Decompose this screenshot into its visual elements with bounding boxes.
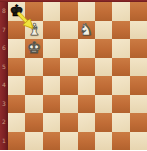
rank-label-2: 2 — [0, 113, 8, 132]
white-knight-piece: ♞ — [79, 20, 93, 38]
square-g3[interactable] — [112, 95, 129, 114]
square-b4[interactable] — [25, 76, 42, 95]
square-d2[interactable] — [60, 113, 77, 132]
square-c3[interactable] — [43, 95, 60, 114]
rank-label-4: 4 — [0, 76, 8, 95]
square-b6[interactable]: ♚ — [25, 39, 42, 58]
square-g1[interactable] — [112, 132, 129, 151]
square-g8[interactable] — [112, 2, 129, 21]
square-g5[interactable] — [112, 58, 129, 77]
square-d6[interactable] — [60, 39, 77, 58]
square-b7[interactable]: ♝ — [25, 21, 42, 40]
square-g6[interactable] — [112, 39, 129, 58]
square-a6[interactable] — [8, 39, 25, 58]
square-c1[interactable] — [43, 132, 60, 151]
square-d7[interactable] — [60, 21, 77, 40]
square-e7[interactable]: ♞ — [78, 21, 95, 40]
square-d8[interactable] — [60, 2, 77, 21]
square-a7[interactable] — [8, 21, 25, 40]
white-king-piece: ♚ — [27, 39, 41, 57]
square-b5[interactable] — [25, 58, 42, 77]
square-e2[interactable] — [78, 113, 95, 132]
square-d5[interactable] — [60, 58, 77, 77]
square-d3[interactable] — [60, 95, 77, 114]
square-f6[interactable] — [95, 39, 112, 58]
square-g4[interactable] — [112, 76, 129, 95]
square-f3[interactable] — [95, 95, 112, 114]
chess-board: ♚♝♞♚ — [8, 2, 147, 150]
chess-board-widget: 87654321 ♚♝♞♚ — [0, 0, 147, 150]
square-d4[interactable] — [60, 76, 77, 95]
square-a5[interactable] — [8, 58, 25, 77]
rank-label-8: 8 — [0, 2, 8, 21]
square-f2[interactable] — [95, 113, 112, 132]
rank-label-6: 6 — [0, 39, 8, 58]
square-h3[interactable] — [130, 95, 147, 114]
square-b1[interactable] — [25, 132, 42, 151]
square-c4[interactable] — [43, 76, 60, 95]
square-a4[interactable] — [8, 76, 25, 95]
square-c7[interactable] — [43, 21, 60, 40]
black-king-piece: ♚ — [10, 2, 24, 20]
rank-label-1: 1 — [0, 132, 8, 151]
square-h1[interactable] — [130, 132, 147, 151]
square-h8[interactable] — [130, 2, 147, 21]
square-a1[interactable] — [8, 132, 25, 151]
square-f7[interactable] — [95, 21, 112, 40]
square-h7[interactable] — [130, 21, 147, 40]
square-e6[interactable] — [78, 39, 95, 58]
square-h5[interactable] — [130, 58, 147, 77]
rank-label-5: 5 — [0, 58, 8, 77]
square-f8[interactable] — [95, 2, 112, 21]
square-c2[interactable] — [43, 113, 60, 132]
square-g7[interactable] — [112, 21, 129, 40]
square-a2[interactable] — [8, 113, 25, 132]
square-d1[interactable] — [60, 132, 77, 151]
square-c8[interactable] — [43, 2, 60, 21]
square-e4[interactable] — [78, 76, 95, 95]
square-f5[interactable] — [95, 58, 112, 77]
square-b2[interactable] — [25, 113, 42, 132]
square-e5[interactable] — [78, 58, 95, 77]
square-e8[interactable] — [78, 2, 95, 21]
square-h2[interactable] — [130, 113, 147, 132]
square-b8[interactable] — [25, 2, 42, 21]
square-c5[interactable] — [43, 58, 60, 77]
square-a3[interactable] — [8, 95, 25, 114]
rank-label-7: 7 — [0, 21, 8, 40]
square-e1[interactable] — [78, 132, 95, 151]
square-f4[interactable] — [95, 76, 112, 95]
white-bishop-piece: ♝ — [27, 20, 41, 38]
square-b3[interactable] — [25, 95, 42, 114]
square-g2[interactable] — [112, 113, 129, 132]
square-f1[interactable] — [95, 132, 112, 151]
square-h6[interactable] — [130, 39, 147, 58]
square-a8[interactable]: ♚ — [8, 2, 25, 21]
square-h4[interactable] — [130, 76, 147, 95]
square-e3[interactable] — [78, 95, 95, 114]
rank-label-3: 3 — [0, 95, 8, 114]
square-c6[interactable] — [43, 39, 60, 58]
